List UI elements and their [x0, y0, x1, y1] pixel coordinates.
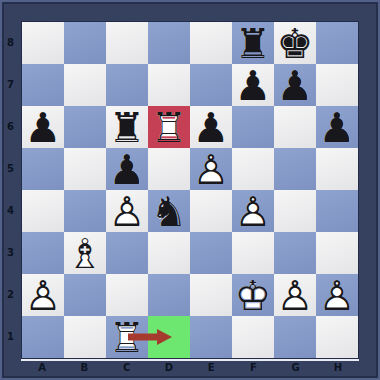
square-f5[interactable] [232, 148, 274, 190]
rank-label-2: 2 [0, 273, 21, 315]
square-g4[interactable] [274, 190, 316, 232]
rank-label-1: 1 [0, 315, 21, 357]
square-c4[interactable]: ♟♙ [106, 190, 148, 232]
square-g3[interactable] [274, 232, 316, 274]
piece-white-pawn[interactable]: ♟♙ [232, 190, 274, 232]
chess-board-window: 87654321 ♖♜♔♚♙♟♙♟♙♟♖♜♜♖♙♟♙♟♙♟♟♙♟♙♘♞♟♙♝♗♟… [0, 0, 380, 380]
square-d2[interactable] [148, 274, 190, 316]
square-h8[interactable] [316, 22, 358, 64]
square-g8[interactable]: ♔♚ [274, 22, 316, 64]
file-label-d: D [148, 361, 190, 376]
piece-glyph: ♞ [151, 191, 188, 232]
square-a8[interactable] [22, 22, 64, 64]
piece-black-pawn[interactable]: ♙♟ [106, 148, 148, 190]
square-e3[interactable] [190, 232, 232, 274]
piece-glyph: ♗ [67, 233, 104, 274]
square-d5[interactable] [148, 148, 190, 190]
square-d7[interactable] [148, 64, 190, 106]
piece-black-pawn[interactable]: ♙♟ [190, 106, 232, 148]
piece-glyph: ♙ [319, 275, 356, 316]
square-h3[interactable] [316, 232, 358, 274]
square-g7[interactable]: ♙♟ [274, 64, 316, 106]
square-h4[interactable] [316, 190, 358, 232]
piece-black-king[interactable]: ♔♚ [274, 22, 316, 64]
rank-label-7: 7 [0, 63, 21, 105]
file-label-g: G [275, 361, 317, 376]
piece-glyph: ♙ [277, 275, 314, 316]
square-d6[interactable]: ♜♖ [148, 106, 190, 148]
piece-white-rook[interactable]: ♜♖ [106, 316, 148, 358]
square-a7[interactable] [22, 64, 64, 106]
square-e6[interactable]: ♙♟ [190, 106, 232, 148]
square-h6[interactable]: ♙♟ [316, 106, 358, 148]
piece-black-rook[interactable]: ♖♜ [106, 106, 148, 148]
piece-white-pawn[interactable]: ♟♙ [22, 274, 64, 316]
piece-glyph: ♖ [109, 317, 146, 358]
square-b8[interactable] [64, 22, 106, 64]
piece-glyph: ♟ [109, 149, 146, 190]
square-b7[interactable] [64, 64, 106, 106]
piece-glyph: ♟ [235, 65, 272, 106]
file-label-a: A [21, 361, 63, 376]
piece-glyph: ♜ [109, 107, 146, 148]
piece-white-pawn[interactable]: ♟♙ [106, 190, 148, 232]
piece-black-pawn[interactable]: ♙♟ [274, 64, 316, 106]
piece-glyph: ♜ [235, 23, 272, 64]
piece-black-knight[interactable]: ♘♞ [148, 190, 190, 232]
square-b5[interactable] [64, 148, 106, 190]
rank-label-8: 8 [0, 21, 21, 63]
file-label-e: E [190, 361, 232, 376]
piece-glyph: ♟ [193, 107, 230, 148]
square-f4[interactable]: ♟♙ [232, 190, 274, 232]
piece-glyph: ♟ [277, 65, 314, 106]
piece-white-pawn[interactable]: ♟♙ [190, 148, 232, 190]
square-c5[interactable]: ♙♟ [106, 148, 148, 190]
piece-white-rook[interactable]: ♜♖ [148, 106, 190, 148]
file-label-c: C [106, 361, 148, 376]
square-d3[interactable] [148, 232, 190, 274]
square-c7[interactable] [106, 64, 148, 106]
square-f6[interactable] [232, 106, 274, 148]
square-a6[interactable]: ♙♟ [22, 106, 64, 148]
square-b3[interactable]: ♝♗ [64, 232, 106, 274]
square-e8[interactable] [190, 22, 232, 64]
square-e2[interactable] [190, 274, 232, 316]
rank-label-5: 5 [0, 147, 21, 189]
square-c2[interactable] [106, 274, 148, 316]
square-g6[interactable] [274, 106, 316, 148]
rank-label-6: 6 [0, 105, 21, 147]
rank-label-3: 3 [0, 231, 21, 273]
piece-glyph: ♔ [235, 275, 272, 316]
piece-glyph: ♟ [319, 107, 356, 148]
piece-black-pawn[interactable]: ♙♟ [22, 106, 64, 148]
file-label-f: F [232, 361, 274, 376]
square-c6[interactable]: ♖♜ [106, 106, 148, 148]
square-a4[interactable] [22, 190, 64, 232]
file-label-b: B [63, 361, 105, 376]
square-g2[interactable]: ♟♙ [274, 274, 316, 316]
square-b2[interactable] [64, 274, 106, 316]
piece-glyph: ♚ [277, 23, 314, 64]
square-c8[interactable] [106, 22, 148, 64]
square-g5[interactable] [274, 148, 316, 190]
square-f8[interactable]: ♖♜ [232, 22, 274, 64]
square-e1[interactable] [190, 316, 232, 358]
square-f2[interactable]: ♚♔ [232, 274, 274, 316]
rank-labels: 87654321 [0, 21, 21, 357]
piece-glyph: ♙ [25, 275, 62, 316]
square-h5[interactable] [316, 148, 358, 190]
square-e7[interactable] [190, 64, 232, 106]
square-g1[interactable] [274, 316, 316, 358]
square-a1[interactable] [22, 316, 64, 358]
square-b1[interactable] [64, 316, 106, 358]
piece-white-pawn[interactable]: ♟♙ [274, 274, 316, 316]
square-f7[interactable]: ♙♟ [232, 64, 274, 106]
piece-black-pawn[interactable]: ♙♟ [232, 64, 274, 106]
square-d4[interactable]: ♘♞ [148, 190, 190, 232]
file-labels: ABCDEFGH [21, 361, 359, 376]
square-h2[interactable]: ♟♙ [316, 274, 358, 316]
square-h7[interactable] [316, 64, 358, 106]
piece-white-bishop[interactable]: ♝♗ [64, 232, 106, 274]
square-a3[interactable] [22, 232, 64, 274]
piece-glyph: ♟ [25, 107, 62, 148]
piece-black-rook[interactable]: ♖♜ [232, 22, 274, 64]
square-c3[interactable] [106, 232, 148, 274]
piece-glyph: ♙ [193, 149, 230, 190]
square-e4[interactable] [190, 190, 232, 232]
square-d1[interactable] [148, 316, 190, 358]
piece-glyph: ♙ [235, 191, 272, 232]
rank-label-4: 4 [0, 189, 21, 231]
square-d8[interactable] [148, 22, 190, 64]
square-a2[interactable]: ♟♙ [22, 274, 64, 316]
square-f1[interactable] [232, 316, 274, 358]
chess-board: ♖♜♔♚♙♟♙♟♙♟♖♜♜♖♙♟♙♟♙♟♟♙♟♙♘♞♟♙♝♗♟♙♚♔♟♙♟♙♜♖ [21, 21, 359, 359]
square-b4[interactable] [64, 190, 106, 232]
piece-glyph: ♖ [151, 107, 188, 148]
square-a5[interactable] [22, 148, 64, 190]
file-label-h: H [317, 361, 359, 376]
square-f3[interactable] [232, 232, 274, 274]
piece-white-king[interactable]: ♚♔ [232, 274, 274, 316]
piece-black-pawn[interactable]: ♙♟ [316, 106, 358, 148]
square-c1[interactable]: ♜♖ [106, 316, 148, 358]
square-b6[interactable] [64, 106, 106, 148]
piece-white-pawn[interactable]: ♟♙ [316, 274, 358, 316]
square-e5[interactable]: ♟♙ [190, 148, 232, 190]
square-h1[interactable] [316, 316, 358, 358]
piece-glyph: ♙ [109, 191, 146, 232]
